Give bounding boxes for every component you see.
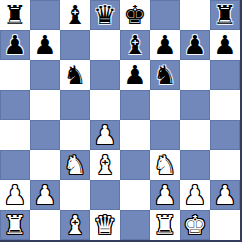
piece-black-pawn[interactable]: ♟ xyxy=(33,30,56,60)
piece-black-knight[interactable]: ♞ xyxy=(153,60,176,90)
square-b2[interactable]: ♟ xyxy=(30,180,60,210)
square-g4[interactable] xyxy=(180,120,210,150)
piece-white-rook[interactable]: ♜ xyxy=(3,210,26,240)
square-a1[interactable]: ♜ xyxy=(0,210,30,240)
square-d7[interactable] xyxy=(90,30,120,60)
square-b4[interactable] xyxy=(30,120,60,150)
square-a4[interactable] xyxy=(0,120,30,150)
square-f6[interactable]: ♞ xyxy=(150,60,180,90)
square-a6[interactable] xyxy=(0,60,30,90)
square-g8[interactable] xyxy=(180,0,210,30)
square-e4[interactable] xyxy=(120,120,150,150)
square-h6[interactable] xyxy=(210,60,240,90)
square-g6[interactable] xyxy=(180,60,210,90)
square-e8[interactable]: ♚ xyxy=(120,0,150,30)
piece-black-pawn[interactable]: ♟ xyxy=(123,60,146,90)
square-c7[interactable] xyxy=(60,30,90,60)
square-c4[interactable] xyxy=(60,120,90,150)
square-e1[interactable] xyxy=(120,210,150,240)
piece-white-rook[interactable]: ♜ xyxy=(153,210,176,240)
square-h4[interactable] xyxy=(210,120,240,150)
square-h5[interactable] xyxy=(210,90,240,120)
square-g7[interactable]: ♟ xyxy=(180,30,210,60)
square-b3[interactable] xyxy=(30,150,60,180)
square-h2[interactable]: ♟ xyxy=(210,180,240,210)
square-f1[interactable]: ♜ xyxy=(150,210,180,240)
square-b1[interactable] xyxy=(30,210,60,240)
piece-black-queen[interactable]: ♛ xyxy=(93,0,116,30)
square-g3[interactable] xyxy=(180,150,210,180)
square-f2[interactable]: ♟ xyxy=(150,180,180,210)
piece-white-knight[interactable]: ♞ xyxy=(63,150,86,180)
piece-black-knight[interactable]: ♞ xyxy=(63,60,86,90)
piece-black-rook[interactable]: ♜ xyxy=(213,0,236,30)
square-h8[interactable]: ♜ xyxy=(210,0,240,30)
square-e5[interactable] xyxy=(120,90,150,120)
square-h1[interactable] xyxy=(210,210,240,240)
piece-white-knight[interactable]: ♞ xyxy=(153,150,176,180)
square-b7[interactable]: ♟ xyxy=(30,30,60,60)
piece-black-bishop[interactable]: ♝ xyxy=(63,0,86,30)
square-a2[interactable]: ♟ xyxy=(0,180,30,210)
piece-white-bishop[interactable]: ♝ xyxy=(93,150,116,180)
square-h7[interactable]: ♟ xyxy=(210,30,240,60)
square-e7[interactable]: ♝ xyxy=(120,30,150,60)
piece-black-rook[interactable]: ♜ xyxy=(3,0,26,30)
square-g5[interactable] xyxy=(180,90,210,120)
square-e6[interactable]: ♟ xyxy=(120,60,150,90)
square-f7[interactable]: ♟ xyxy=(150,30,180,60)
square-c8[interactable]: ♝ xyxy=(60,0,90,30)
square-b6[interactable] xyxy=(30,60,60,90)
square-a7[interactable]: ♟ xyxy=(0,30,30,60)
piece-black-pawn[interactable]: ♟ xyxy=(213,30,236,60)
square-d1[interactable]: ♛ xyxy=(90,210,120,240)
square-a3[interactable] xyxy=(0,150,30,180)
square-d8[interactable]: ♛ xyxy=(90,0,120,30)
square-b5[interactable] xyxy=(30,90,60,120)
square-h3[interactable] xyxy=(210,150,240,180)
square-f4[interactable] xyxy=(150,120,180,150)
square-b8[interactable] xyxy=(30,0,60,30)
square-g2[interactable]: ♟ xyxy=(180,180,210,210)
square-d2[interactable] xyxy=(90,180,120,210)
square-d4[interactable]: ♟ xyxy=(90,120,120,150)
square-c6[interactable]: ♞ xyxy=(60,60,90,90)
square-c3[interactable]: ♞ xyxy=(60,150,90,180)
square-c1[interactable]: ♝ xyxy=(60,210,90,240)
piece-black-bishop[interactable]: ♝ xyxy=(123,30,146,60)
square-f5[interactable] xyxy=(150,90,180,120)
piece-black-king[interactable]: ♚ xyxy=(123,0,146,30)
square-c2[interactable] xyxy=(60,180,90,210)
piece-white-pawn[interactable]: ♟ xyxy=(183,180,206,210)
piece-white-pawn[interactable]: ♟ xyxy=(213,180,236,210)
square-d6[interactable] xyxy=(90,60,120,90)
piece-white-queen[interactable]: ♛ xyxy=(93,210,116,240)
square-d3[interactable]: ♝ xyxy=(90,150,120,180)
piece-white-bishop[interactable]: ♝ xyxy=(63,210,86,240)
square-a5[interactable] xyxy=(0,90,30,120)
piece-white-pawn[interactable]: ♟ xyxy=(93,120,116,150)
square-e3[interactable] xyxy=(120,150,150,180)
piece-white-pawn[interactable]: ♟ xyxy=(153,180,176,210)
square-f3[interactable]: ♞ xyxy=(150,150,180,180)
piece-black-pawn[interactable]: ♟ xyxy=(183,30,206,60)
piece-white-pawn[interactable]: ♟ xyxy=(3,180,26,210)
chess-board: ♜♝♛♚♜♟♟♝♟♟♟♞♟♞♟♞♝♞♟♟♟♟♟♜♝♛♜♚ xyxy=(0,0,242,242)
square-e2[interactable] xyxy=(120,180,150,210)
square-c5[interactable] xyxy=(60,90,90,120)
square-a8[interactable]: ♜ xyxy=(0,0,30,30)
square-f8[interactable] xyxy=(150,0,180,30)
piece-black-pawn[interactable]: ♟ xyxy=(153,30,176,60)
piece-white-king[interactable]: ♚ xyxy=(183,210,206,240)
square-d5[interactable] xyxy=(90,90,120,120)
piece-white-pawn[interactable]: ♟ xyxy=(33,180,56,210)
square-g1[interactable]: ♚ xyxy=(180,210,210,240)
piece-black-pawn[interactable]: ♟ xyxy=(3,30,26,60)
